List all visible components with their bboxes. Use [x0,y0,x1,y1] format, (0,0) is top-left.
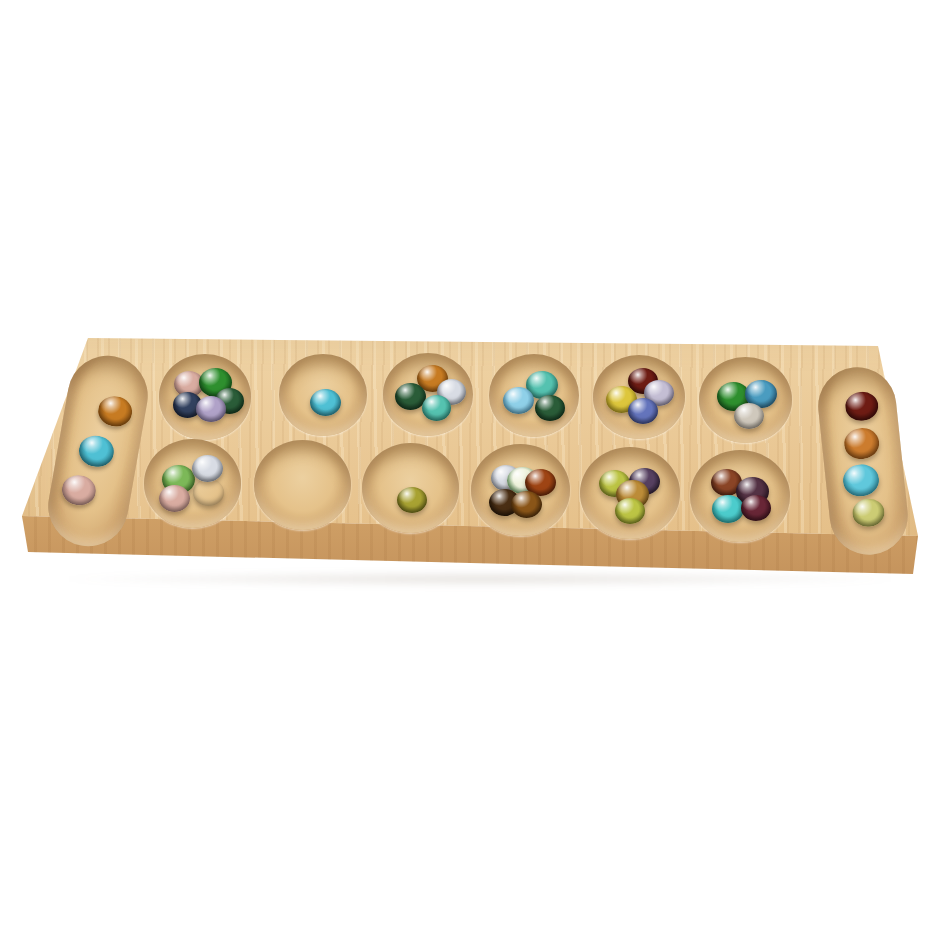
store-right-stone-3-aquablue [841,463,880,499]
pit-bottom-2[interactable] [254,440,351,530]
pit-top-4-stone-3-darkgreen [535,395,565,421]
mancala-board [20,333,925,593]
pit-bottom-5-stone-4-yellowgreen [615,498,645,524]
pit-bottom-6-stone-3-turquoise [712,495,744,523]
store-right[interactable] [814,363,911,558]
pit-top-1[interactable] [159,354,251,440]
store-right-stone-1-darkred [843,390,879,422]
store-right-stone-2-amberorange [842,426,880,460]
pit-bottom-1-stone-2-silver [192,455,223,482]
pit-bottom-6-stone-4-darkredpurple [741,495,771,521]
pit-bottom-6[interactable] [690,450,790,542]
pit-top-1-stone-5-lavender [196,396,226,422]
pit-top-6[interactable] [699,357,792,443]
pit-bottom-1-stone-3-pink [159,485,190,512]
store-left-stone-3-pink [60,473,99,508]
pit-bottom-3[interactable] [362,443,459,533]
store-left[interactable] [42,350,154,553]
pit-top-2[interactable] [279,354,367,436]
pit-top-3-stone-3-darkgreen [395,383,426,410]
store-right-stone-4-yellowclear [851,497,886,528]
pit-bottom-5[interactable] [580,447,680,539]
pit-top-2-stone-1-teal [310,389,341,416]
pit-bottom-4-stone-5-amberbrown [511,491,542,518]
pit-top-3-stone-4-aqua [422,395,451,421]
pit-top-5[interactable] [593,355,685,439]
pit-bottom-4[interactable] [471,444,570,536]
store-left-stone-1-amber [96,394,135,429]
pit-top-4[interactable] [489,354,579,437]
pit-top-6-stone-3-clearirid [734,403,764,429]
pit-top-3[interactable] [383,353,473,436]
pit-bottom-1[interactable] [144,439,241,528]
pit-top-4-stone-2-lightblue [503,387,534,414]
pit-bottom-3-stone-1-olive [397,487,427,513]
pits-layer [20,333,925,593]
pit-top-5-stone-4-blueviolet [628,398,658,424]
mancala-board-photo [0,0,942,942]
store-left-stone-2-teal [76,432,116,469]
pit-bottom-1-stone-4-yellowamber [193,479,224,506]
